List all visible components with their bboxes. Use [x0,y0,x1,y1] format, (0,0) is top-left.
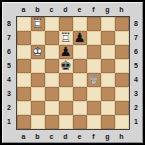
file-label-e: e [73,6,87,13]
square-a7[interactable] [17,31,31,45]
rank-label-6: 6 [7,45,11,59]
square-e2[interactable] [73,101,87,115]
board-wrap: ♜♖♜♖♟♚♔♟♚♔♛♕ [15,15,130,130]
file-label-a: a [17,133,31,140]
bP-glyph-fill: ♟ [59,45,73,59]
square-f8[interactable] [87,17,101,31]
wQ-glyph-outline: ♕ [87,73,101,87]
square-h8[interactable] [115,17,129,31]
square-a2[interactable] [17,101,31,115]
board-frame: abcdefgh 87654321 ♜♖♜♖♟♚♔♟♚♔♛♕ 87654321 … [2,2,143,143]
square-g5[interactable] [101,59,115,73]
file-label-f: f [87,133,101,140]
square-e7[interactable]: ♟ [73,31,87,45]
rank-label-4: 4 [134,73,138,87]
file-label-a: a [17,6,31,13]
piece-bP-e7[interactable]: ♟ [73,31,87,45]
piece-wQ-f4[interactable]: ♛♕ [87,73,101,87]
square-e4[interactable] [73,73,87,87]
rank-label-7: 7 [134,31,138,45]
piece-bK-d5[interactable]: ♚♔ [59,59,73,73]
file-label-h: h [115,133,129,140]
square-a8[interactable] [17,17,31,31]
rank-label-1: 1 [7,115,11,129]
file-label-c: c [45,6,59,13]
square-f2[interactable] [87,101,101,115]
square-g8[interactable] [101,17,115,31]
square-e1[interactable] [73,115,87,129]
file-label-b: b [31,6,45,13]
square-h7[interactable] [115,31,129,45]
square-g7[interactable] [101,31,115,45]
square-f1[interactable] [87,115,101,129]
bP-glyph-fill: ♟ [73,31,87,45]
square-b4[interactable] [31,73,45,87]
file-label-g: g [101,133,115,140]
file-label-f: f [87,6,101,13]
rank-label-2: 2 [134,101,138,115]
square-h5[interactable] [115,59,129,73]
square-c6[interactable] [45,45,59,59]
square-h1[interactable] [115,115,129,129]
square-a6[interactable] [17,45,31,59]
piece-wR-b8[interactable]: ♜♖ [31,17,45,31]
square-c5[interactable] [45,59,59,73]
square-a5[interactable] [17,59,31,73]
square-h6[interactable] [115,45,129,59]
square-e5[interactable] [73,59,87,73]
square-c8[interactable] [45,17,59,31]
chess-diagram: abcdefgh 87654321 ♜♖♜♖♟♚♔♟♚♔♛♕ 87654321 … [0,0,145,145]
square-g3[interactable] [101,87,115,101]
piece-wK-b6[interactable]: ♚♔ [31,45,45,59]
file-label-d: d [59,133,73,140]
square-d7[interactable]: ♜♖ [59,31,73,45]
square-f5[interactable] [87,59,101,73]
square-d2[interactable] [59,101,73,115]
square-e8[interactable] [73,17,87,31]
wK-glyph-outline: ♔ [31,45,45,59]
file-labels-bottom: abcdefgh [15,130,130,142]
square-b7[interactable] [31,31,45,45]
file-label-h: h [115,6,129,13]
board: ♜♖♜♖♟♚♔♟♚♔♛♕ [16,16,130,130]
square-c1[interactable] [45,115,59,129]
square-c7[interactable] [45,31,59,45]
square-d8[interactable] [59,17,73,31]
wR-glyph-outline: ♖ [31,17,45,31]
square-f3[interactable] [87,87,101,101]
square-f7[interactable] [87,31,101,45]
square-a3[interactable] [17,87,31,101]
rank-label-5: 5 [7,59,11,73]
square-b5[interactable] [31,59,45,73]
rank-label-3: 3 [7,87,11,101]
rank-label-3: 3 [134,87,138,101]
square-b6[interactable]: ♚♔ [31,45,45,59]
square-h4[interactable] [115,73,129,87]
piece-bP-d6[interactable]: ♟ [59,45,73,59]
file-label-b: b [31,133,45,140]
square-g4[interactable] [101,73,115,87]
square-d1[interactable] [59,115,73,129]
rank-labels-left: 87654321 [3,15,15,130]
bK-glyph-outline: ♔ [59,59,73,73]
file-label-g: g [101,6,115,13]
square-b1[interactable] [31,115,45,129]
square-e3[interactable] [73,87,87,101]
square-g6[interactable] [101,45,115,59]
square-d6[interactable]: ♟ [59,45,73,59]
rank-label-8: 8 [134,17,138,31]
wR-glyph-outline: ♖ [59,31,73,45]
file-label-e: e [73,133,87,140]
rank-label-4: 4 [7,73,11,87]
rank-label-8: 8 [7,17,11,31]
file-label-d: d [59,6,73,13]
square-a1[interactable] [17,115,31,129]
rank-label-2: 2 [7,101,11,115]
file-label-c: c [45,133,59,140]
square-b3[interactable] [31,87,45,101]
square-d4[interactable] [59,73,73,87]
square-f6[interactable] [87,45,101,59]
rank-label-5: 5 [134,59,138,73]
square-e6[interactable] [73,45,87,59]
rank-label-1: 1 [134,115,138,129]
square-c3[interactable] [45,87,59,101]
square-c2[interactable] [45,101,59,115]
rank-labels-right: 87654321 [130,15,142,130]
square-d3[interactable] [59,87,73,101]
square-b8[interactable]: ♜♖ [31,17,45,31]
file-labels-top: abcdefgh [15,3,130,15]
piece-wR-d7[interactable]: ♜♖ [59,31,73,45]
square-a4[interactable] [17,73,31,87]
square-h2[interactable] [115,101,129,115]
square-c4[interactable] [45,73,59,87]
square-f4[interactable]: ♛♕ [87,73,101,87]
square-g2[interactable] [101,101,115,115]
square-d5[interactable]: ♚♔ [59,59,73,73]
square-h3[interactable] [115,87,129,101]
square-b2[interactable] [31,101,45,115]
square-g1[interactable] [101,115,115,129]
rank-label-6: 6 [134,45,138,59]
rank-label-7: 7 [7,31,11,45]
